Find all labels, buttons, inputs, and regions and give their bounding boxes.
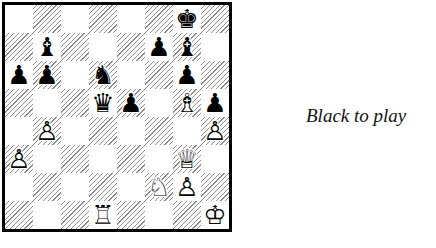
square-b4[interactable]: ♟♙ (33, 117, 61, 145)
piece-glyph: ♙ (33, 117, 61, 145)
piece-black-bishop[interactable]: ♝♝ (33, 33, 61, 61)
square-g6[interactable]: ♟♟ (173, 61, 201, 89)
square-b8[interactable] (33, 5, 61, 33)
square-h7[interactable] (201, 33, 229, 61)
piece-black-pawn[interactable]: ♟♟ (145, 33, 173, 61)
piece-glyph: ♟ (173, 61, 201, 89)
piece-glyph: ♞ (89, 61, 117, 89)
square-g1[interactable] (173, 201, 201, 229)
square-e7[interactable] (117, 33, 145, 61)
square-b3[interactable] (33, 145, 61, 173)
square-a2[interactable] (5, 173, 33, 201)
square-f4[interactable] (145, 117, 173, 145)
piece-black-pawn[interactable]: ♟♟ (5, 61, 33, 89)
square-c8[interactable] (61, 5, 89, 33)
piece-black-bishop[interactable]: ♝♝ (173, 33, 201, 61)
square-f8[interactable] (145, 5, 173, 33)
piece-glyph: ♝ (173, 33, 201, 61)
piece-black-queen[interactable]: ♛♛ (89, 89, 117, 117)
piece-white-pawn[interactable]: ♟♙ (33, 117, 61, 145)
square-d1[interactable]: ♜♖ (89, 201, 117, 229)
square-c3[interactable] (61, 145, 89, 173)
square-d7[interactable] (89, 33, 117, 61)
square-f7[interactable]: ♟♟ (145, 33, 173, 61)
piece-black-pawn[interactable]: ♟♟ (33, 61, 61, 89)
square-g8[interactable]: ♚♚ (173, 5, 201, 33)
piece-glyph: ♙ (5, 145, 33, 173)
square-b6[interactable]: ♟♟ (33, 61, 61, 89)
square-g3[interactable]: ♛♕ (173, 145, 201, 173)
square-g4[interactable] (173, 117, 201, 145)
square-f5[interactable] (145, 89, 173, 117)
square-c4[interactable] (61, 117, 89, 145)
piece-glyph: ♔ (201, 201, 229, 229)
square-e1[interactable] (117, 201, 145, 229)
square-b1[interactable] (33, 201, 61, 229)
piece-glyph: ♕ (173, 145, 201, 173)
square-c6[interactable] (61, 61, 89, 89)
piece-glyph: ♟ (145, 33, 173, 61)
square-g7[interactable]: ♝♝ (173, 33, 201, 61)
piece-black-pawn[interactable]: ♟♟ (117, 89, 145, 117)
square-a1[interactable] (5, 201, 33, 229)
square-b7[interactable]: ♝♝ (33, 33, 61, 61)
piece-black-king[interactable]: ♚♚ (173, 5, 201, 33)
square-e8[interactable] (117, 5, 145, 33)
square-f1[interactable] (145, 201, 173, 229)
square-c1[interactable] (61, 201, 89, 229)
square-e3[interactable] (117, 145, 145, 173)
square-e5[interactable]: ♟♟ (117, 89, 145, 117)
square-d3[interactable] (89, 145, 117, 173)
square-a5[interactable] (5, 89, 33, 117)
piece-glyph: ♖ (89, 201, 117, 229)
square-f6[interactable] (145, 61, 173, 89)
diagram-caption: Black to play (306, 105, 436, 127)
piece-glyph: ♝ (33, 33, 61, 61)
square-f3[interactable] (145, 145, 173, 173)
piece-white-knight[interactable]: ♞♘ (145, 173, 173, 201)
piece-white-pawn[interactable]: ♟♙ (201, 117, 229, 145)
square-h8[interactable] (201, 5, 229, 33)
square-d4[interactable] (89, 117, 117, 145)
square-c2[interactable] (61, 173, 89, 201)
piece-white-king[interactable]: ♚♔ (201, 201, 229, 229)
square-g5[interactable]: ♝♗ (173, 89, 201, 117)
piece-black-pawn[interactable]: ♟♟ (201, 89, 229, 117)
square-a6[interactable]: ♟♟ (5, 61, 33, 89)
square-a4[interactable] (5, 117, 33, 145)
piece-white-bishop[interactable]: ♝♗ (173, 89, 201, 117)
square-h4[interactable]: ♟♙ (201, 117, 229, 145)
diagram-page: ♚♚♝♝♟♟♝♝♟♟♟♟♞♞♟♟♛♛♟♟♝♗♟♟♟♙♟♙♟♙♛♕♞♘♟♙♜♖♚♔… (0, 0, 436, 248)
square-h6[interactable] (201, 61, 229, 89)
piece-glyph: ♟ (117, 89, 145, 117)
square-f2[interactable]: ♞♘ (145, 173, 173, 201)
piece-glyph: ♛ (89, 89, 117, 117)
piece-glyph: ♗ (173, 89, 201, 117)
piece-white-rook[interactable]: ♜♖ (89, 201, 117, 229)
square-e2[interactable] (117, 173, 145, 201)
piece-black-knight[interactable]: ♞♞ (89, 61, 117, 89)
square-d8[interactable] (89, 5, 117, 33)
square-e4[interactable] (117, 117, 145, 145)
piece-white-queen[interactable]: ♛♕ (173, 145, 201, 173)
square-d6[interactable]: ♞♞ (89, 61, 117, 89)
square-d5[interactable]: ♛♛ (89, 89, 117, 117)
square-a3[interactable]: ♟♙ (5, 145, 33, 173)
square-c7[interactable] (61, 33, 89, 61)
piece-black-pawn[interactable]: ♟♟ (173, 61, 201, 89)
square-e6[interactable] (117, 61, 145, 89)
piece-white-pawn[interactable]: ♟♙ (173, 173, 201, 201)
piece-glyph: ♙ (201, 117, 229, 145)
piece-glyph: ♚ (173, 5, 201, 33)
square-d2[interactable] (89, 173, 117, 201)
square-c5[interactable] (61, 89, 89, 117)
chess-board: ♚♚♝♝♟♟♝♝♟♟♟♟♞♞♟♟♛♛♟♟♝♗♟♟♟♙♟♙♟♙♛♕♞♘♟♙♜♖♚♔ (5, 5, 229, 229)
piece-glyph: ♙ (173, 173, 201, 201)
square-a8[interactable] (5, 5, 33, 33)
square-h2[interactable] (201, 173, 229, 201)
piece-glyph: ♘ (145, 173, 173, 201)
square-a7[interactable] (5, 33, 33, 61)
square-h5[interactable]: ♟♟ (201, 89, 229, 117)
piece-glyph: ♟ (201, 89, 229, 117)
square-h3[interactable] (201, 145, 229, 173)
piece-white-pawn[interactable]: ♟♙ (5, 145, 33, 173)
square-g2[interactable]: ♟♙ (173, 173, 201, 201)
piece-glyph: ♟ (5, 61, 33, 89)
piece-glyph: ♟ (33, 61, 61, 89)
chess-board-frame: ♚♚♝♝♟♟♝♝♟♟♟♟♞♞♟♟♛♛♟♟♝♗♟♟♟♙♟♙♟♙♛♕♞♘♟♙♜♖♚♔ (2, 2, 232, 232)
square-b2[interactable] (33, 173, 61, 201)
square-b5[interactable] (33, 89, 61, 117)
square-h1[interactable]: ♚♔ (201, 201, 229, 229)
